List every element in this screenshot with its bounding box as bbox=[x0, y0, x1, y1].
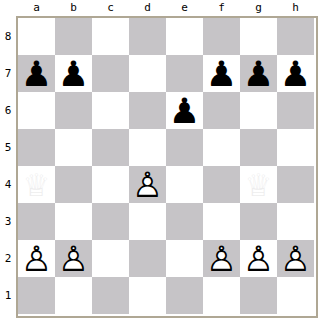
square-d4[interactable]: ♟♙ bbox=[129, 166, 166, 203]
file-label-b: b bbox=[55, 1, 92, 15]
square-f6[interactable] bbox=[203, 92, 240, 129]
square-a6[interactable] bbox=[18, 92, 55, 129]
rank-label-6: 6 bbox=[0, 92, 16, 129]
ghost-piece-a4: ♕ bbox=[23, 170, 51, 201]
piece-glyph: ♟ bbox=[243, 57, 274, 92]
square-d5[interactable] bbox=[129, 129, 166, 166]
square-c2[interactable] bbox=[92, 240, 129, 277]
file-labels: abcdefgh bbox=[18, 1, 314, 15]
square-a2[interactable]: ♟♙ bbox=[18, 240, 55, 277]
square-b8[interactable] bbox=[55, 18, 92, 55]
white-pawn-f2[interactable]: ♟♙ bbox=[206, 242, 237, 277]
white-pawn-h2[interactable]: ♟♙ bbox=[280, 242, 311, 277]
piece-glyph: ♟ bbox=[21, 57, 52, 92]
square-d6[interactable] bbox=[129, 92, 166, 129]
square-g5[interactable] bbox=[240, 129, 277, 166]
square-g2[interactable]: ♟♙ bbox=[240, 240, 277, 277]
square-a5[interactable] bbox=[18, 129, 55, 166]
file-label-g: g bbox=[240, 1, 277, 15]
square-e4[interactable] bbox=[166, 166, 203, 203]
square-a8[interactable] bbox=[18, 18, 55, 55]
square-d7[interactable] bbox=[129, 55, 166, 92]
ghost-piece-g4: ♕ bbox=[245, 170, 273, 201]
black-pawn-b7[interactable]: ♟ bbox=[58, 57, 89, 92]
square-h1[interactable] bbox=[277, 277, 314, 314]
file-label-c: c bbox=[92, 1, 129, 15]
square-b7[interactable]: ♟ bbox=[55, 55, 92, 92]
chess-diagram: { "game": "chess", "position": "8/pp3ppp… bbox=[0, 0, 320, 320]
square-h3[interactable] bbox=[277, 203, 314, 240]
square-c1[interactable] bbox=[92, 277, 129, 314]
square-b1[interactable] bbox=[55, 277, 92, 314]
square-g1[interactable] bbox=[240, 277, 277, 314]
square-e6[interactable]: ♟ bbox=[166, 92, 203, 129]
square-b5[interactable] bbox=[55, 129, 92, 166]
rank-label-4: 4 bbox=[0, 166, 16, 203]
square-b4[interactable] bbox=[55, 166, 92, 203]
square-h7[interactable]: ♟ bbox=[277, 55, 314, 92]
square-g3[interactable] bbox=[240, 203, 277, 240]
black-pawn-h7[interactable]: ♟ bbox=[280, 57, 311, 92]
square-d1[interactable] bbox=[129, 277, 166, 314]
rank-label-1: 1 bbox=[0, 277, 16, 314]
piece-outline: ♙ bbox=[243, 242, 274, 277]
square-e2[interactable] bbox=[166, 240, 203, 277]
piece-outline: ♙ bbox=[58, 242, 89, 277]
square-a4[interactable]: ♕ bbox=[18, 166, 55, 203]
piece-glyph: ♟ bbox=[58, 57, 89, 92]
rank-label-7: 7 bbox=[0, 55, 16, 92]
square-h6[interactable] bbox=[277, 92, 314, 129]
square-d3[interactable] bbox=[129, 203, 166, 240]
square-c5[interactable] bbox=[92, 129, 129, 166]
square-a3[interactable] bbox=[18, 203, 55, 240]
square-e5[interactable] bbox=[166, 129, 203, 166]
square-f1[interactable] bbox=[203, 277, 240, 314]
chess-board: ♟♟♟♟♟♟♕♟♙♕♟♙♟♙♟♙♟♙♟♙ bbox=[16, 16, 318, 318]
square-h8[interactable] bbox=[277, 18, 314, 55]
square-d8[interactable] bbox=[129, 18, 166, 55]
square-b2[interactable]: ♟♙ bbox=[55, 240, 92, 277]
black-pawn-e6[interactable]: ♟ bbox=[169, 94, 200, 129]
black-pawn-f7[interactable]: ♟ bbox=[206, 57, 237, 92]
file-label-h: h bbox=[277, 1, 314, 15]
black-pawn-g7[interactable]: ♟ bbox=[243, 57, 274, 92]
rank-label-3: 3 bbox=[0, 203, 16, 240]
piece-glyph: ♟ bbox=[169, 94, 200, 129]
file-label-a: a bbox=[18, 1, 55, 15]
white-pawn-b2[interactable]: ♟♙ bbox=[58, 242, 89, 277]
piece-glyph: ♟ bbox=[206, 57, 237, 92]
square-c3[interactable] bbox=[92, 203, 129, 240]
file-label-f: f bbox=[203, 1, 240, 15]
white-pawn-g2[interactable]: ♟♙ bbox=[243, 242, 274, 277]
file-label-d: d bbox=[129, 1, 166, 15]
black-pawn-a7[interactable]: ♟ bbox=[21, 57, 52, 92]
square-e7[interactable] bbox=[166, 55, 203, 92]
square-g7[interactable]: ♟ bbox=[240, 55, 277, 92]
piece-outline: ♙ bbox=[280, 242, 311, 277]
square-d2[interactable] bbox=[129, 240, 166, 277]
rank-label-8: 8 bbox=[0, 18, 16, 55]
square-g8[interactable] bbox=[240, 18, 277, 55]
square-f4[interactable] bbox=[203, 166, 240, 203]
square-b6[interactable] bbox=[55, 92, 92, 129]
square-e1[interactable] bbox=[166, 277, 203, 314]
square-f8[interactable] bbox=[203, 18, 240, 55]
square-b3[interactable] bbox=[55, 203, 92, 240]
white-pawn-d4[interactable]: ♟♙ bbox=[132, 168, 163, 203]
rank-label-2: 2 bbox=[0, 240, 16, 277]
square-g4[interactable]: ♕ bbox=[240, 166, 277, 203]
square-c7[interactable] bbox=[92, 55, 129, 92]
piece-outline: ♙ bbox=[21, 242, 52, 277]
rank-labels: 87654321 bbox=[0, 18, 16, 314]
square-g6[interactable] bbox=[240, 92, 277, 129]
piece-outline: ♙ bbox=[206, 242, 237, 277]
square-h2[interactable]: ♟♙ bbox=[277, 240, 314, 277]
square-h4[interactable] bbox=[277, 166, 314, 203]
square-c4[interactable] bbox=[92, 166, 129, 203]
white-pawn-a2[interactable]: ♟♙ bbox=[21, 242, 52, 277]
square-f7[interactable]: ♟ bbox=[203, 55, 240, 92]
square-h5[interactable] bbox=[277, 129, 314, 166]
piece-outline: ♙ bbox=[132, 168, 163, 203]
square-f3[interactable] bbox=[203, 203, 240, 240]
square-e3[interactable] bbox=[166, 203, 203, 240]
square-e8[interactable] bbox=[166, 18, 203, 55]
file-label-e: e bbox=[166, 1, 203, 15]
square-c8[interactable] bbox=[92, 18, 129, 55]
square-f2[interactable]: ♟♙ bbox=[203, 240, 240, 277]
square-a1[interactable] bbox=[18, 277, 55, 314]
piece-glyph: ♟ bbox=[280, 57, 311, 92]
square-f5[interactable] bbox=[203, 129, 240, 166]
square-c6[interactable] bbox=[92, 92, 129, 129]
square-a7[interactable]: ♟ bbox=[18, 55, 55, 92]
rank-label-5: 5 bbox=[0, 129, 16, 166]
